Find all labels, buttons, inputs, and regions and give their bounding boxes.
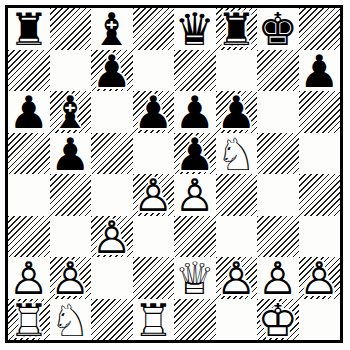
square-h3[interactable]: [299, 216, 341, 258]
square-b7[interactable]: [50, 50, 92, 92]
square-g1[interactable]: ♚♔: [257, 299, 299, 341]
piece-white-pawn[interactable]: ♙: [299, 258, 341, 299]
square-b4[interactable]: [50, 174, 92, 216]
square-c6[interactable]: [91, 91, 133, 133]
piece-black-pawn[interactable]: ♟: [50, 134, 92, 175]
square-e1[interactable]: [174, 299, 216, 341]
square-c8[interactable]: ♝♝: [91, 8, 133, 50]
square-a1[interactable]: ♜♖: [8, 299, 50, 341]
piece-white-king[interactable]: ♔: [257, 300, 299, 341]
piece-white-pawn[interactable]: ♙: [50, 258, 92, 299]
piece-black-pawn[interactable]: ♟: [133, 92, 175, 133]
square-g5[interactable]: [257, 133, 299, 175]
piece-white-queen[interactable]: ♕: [174, 258, 216, 299]
piece-black-pawn[interactable]: ♟: [174, 134, 216, 175]
piece-white-pawn[interactable]: ♙: [133, 175, 175, 216]
square-a3[interactable]: [8, 216, 50, 258]
square-d6[interactable]: ♟♟: [133, 91, 175, 133]
square-d8[interactable]: [133, 8, 175, 50]
square-a4[interactable]: [8, 174, 50, 216]
piece-white-pawn[interactable]: ♙: [174, 175, 216, 216]
square-a7[interactable]: [8, 50, 50, 92]
square-h7[interactable]: ♟♟: [299, 50, 341, 92]
piece-white-rook[interactable]: ♖: [133, 300, 175, 341]
square-e3[interactable]: [174, 216, 216, 258]
square-g7[interactable]: [257, 50, 299, 92]
piece-black-bishop[interactable]: ♝: [91, 9, 133, 50]
square-f4[interactable]: [216, 174, 258, 216]
square-h8[interactable]: [299, 8, 341, 50]
square-f2[interactable]: ♟♙: [216, 257, 258, 299]
square-b6[interactable]: ♝♝: [50, 91, 92, 133]
square-d1[interactable]: ♜♖: [133, 299, 175, 341]
piece-black-pawn[interactable]: ♟: [8, 92, 50, 133]
square-b2[interactable]: ♟♙: [50, 257, 92, 299]
square-d7[interactable]: [133, 50, 175, 92]
square-f7[interactable]: [216, 50, 258, 92]
square-e8[interactable]: ♛♛: [174, 8, 216, 50]
square-b8[interactable]: [50, 8, 92, 50]
piece-black-pawn[interactable]: ♟: [91, 51, 133, 92]
square-b5[interactable]: ♟♟: [50, 133, 92, 175]
square-f1[interactable]: [216, 299, 258, 341]
square-c2[interactable]: [91, 257, 133, 299]
square-a6[interactable]: ♟♟: [8, 91, 50, 133]
square-b1[interactable]: ♞♘: [50, 299, 92, 341]
chess-diagram-frame: ♜♜♝♝♛♛♜♜♚♚♟♟♟♟♟♟♝♝♟♟♟♟♟♟♟♟♟♟♞♘♟♙♟♙♟♙♟♙♟♙…: [5, 5, 343, 343]
piece-black-rook[interactable]: ♜: [216, 9, 258, 50]
square-e5[interactable]: ♟♟: [174, 133, 216, 175]
square-a8[interactable]: ♜♜: [8, 8, 50, 50]
square-c5[interactable]: [91, 133, 133, 175]
square-e2[interactable]: ♛♕: [174, 257, 216, 299]
piece-white-pawn[interactable]: ♙: [257, 258, 299, 299]
piece-white-knight[interactable]: ♘: [50, 300, 92, 341]
square-h1[interactable]: [299, 299, 341, 341]
square-h6[interactable]: [299, 91, 341, 133]
piece-black-pawn[interactable]: ♟: [174, 92, 216, 133]
piece-white-knight[interactable]: ♘: [216, 134, 258, 175]
square-f8[interactable]: ♜♜: [216, 8, 258, 50]
square-d5[interactable]: [133, 133, 175, 175]
square-e6[interactable]: ♟♟: [174, 91, 216, 133]
square-a2[interactable]: ♟♙: [8, 257, 50, 299]
square-e4[interactable]: ♟♙: [174, 174, 216, 216]
square-g6[interactable]: [257, 91, 299, 133]
square-b3[interactable]: [50, 216, 92, 258]
piece-white-rook[interactable]: ♖: [8, 300, 50, 341]
square-h4[interactable]: [299, 174, 341, 216]
piece-white-pawn[interactable]: ♙: [216, 258, 258, 299]
piece-black-queen[interactable]: ♛: [174, 9, 216, 50]
piece-black-rook[interactable]: ♜: [8, 9, 50, 50]
piece-black-pawn[interactable]: ♟: [299, 51, 341, 92]
square-g4[interactable]: [257, 174, 299, 216]
piece-black-pawn[interactable]: ♟: [216, 92, 258, 133]
square-e7[interactable]: [174, 50, 216, 92]
square-a5[interactable]: [8, 133, 50, 175]
square-c1[interactable]: [91, 299, 133, 341]
square-g8[interactable]: ♚♚: [257, 8, 299, 50]
piece-white-pawn[interactable]: ♙: [91, 217, 133, 258]
square-d2[interactable]: [133, 257, 175, 299]
piece-black-bishop[interactable]: ♝: [50, 92, 92, 133]
square-g3[interactable]: [257, 216, 299, 258]
chess-board: ♜♜♝♝♛♛♜♜♚♚♟♟♟♟♟♟♝♝♟♟♟♟♟♟♟♟♟♟♞♘♟♙♟♙♟♙♟♙♟♙…: [8, 8, 340, 340]
square-d4[interactable]: ♟♙: [133, 174, 175, 216]
square-h5[interactable]: [299, 133, 341, 175]
square-g2[interactable]: ♟♙: [257, 257, 299, 299]
square-f5[interactable]: ♞♘: [216, 133, 258, 175]
square-c4[interactable]: [91, 174, 133, 216]
square-c7[interactable]: ♟♟: [91, 50, 133, 92]
square-f6[interactable]: ♟♟: [216, 91, 258, 133]
square-d3[interactable]: [133, 216, 175, 258]
square-h2[interactable]: ♟♙: [299, 257, 341, 299]
piece-black-king[interactable]: ♚: [257, 9, 299, 50]
piece-white-pawn[interactable]: ♙: [8, 258, 50, 299]
square-c3[interactable]: ♟♙: [91, 216, 133, 258]
square-f3[interactable]: [216, 216, 258, 258]
